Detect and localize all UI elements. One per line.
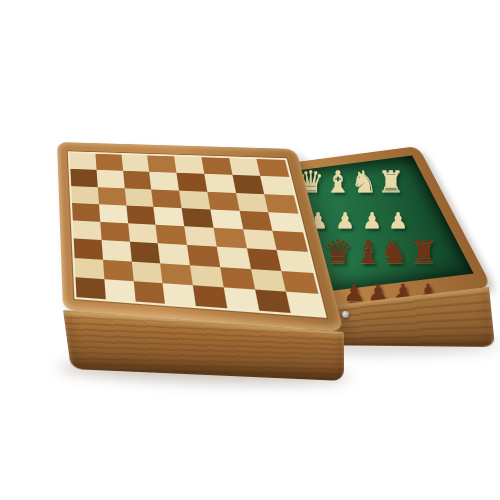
board-square-f6 (207, 191, 239, 210)
chess-board (68, 151, 327, 318)
board-square-c7 (123, 171, 152, 189)
board-square-c4 (128, 223, 158, 243)
board-square-c6 (124, 188, 153, 207)
white-pawn-piece: ♟ (388, 210, 408, 232)
board-square-d1 (163, 283, 196, 306)
board-square-b6 (98, 187, 126, 206)
board-square-c3 (129, 242, 160, 263)
board-square-f8 (201, 157, 232, 175)
board-square-c1 (133, 281, 165, 304)
board-square-b1 (104, 279, 135, 302)
white-knight-piece: ♞ (351, 167, 378, 197)
board-square-a3 (74, 239, 103, 260)
board-square-h4 (273, 231, 308, 252)
board-square-c5 (126, 205, 156, 224)
board-square-e3 (187, 245, 220, 266)
board-square-a2 (75, 258, 105, 279)
board-square-g2 (250, 269, 286, 292)
black-bishop-piece: ♝ (354, 236, 383, 268)
board-square-a7 (70, 169, 97, 187)
chess-box-product-photo: ♛♝♞♜♟♟♟♟♛♝♞♜♟♟♟♟ (0, 0, 500, 500)
board-square-b7 (96, 170, 124, 188)
board-square-g5 (239, 211, 273, 231)
board-square-b8 (95, 154, 122, 171)
board-square-c2 (131, 261, 162, 283)
board-square-c8 (121, 155, 149, 172)
board-square-g6 (235, 193, 268, 212)
black-knight-piece: ♞ (380, 236, 409, 268)
board-square-e4 (184, 226, 216, 247)
board-square-g4 (243, 229, 277, 250)
board-square-a6 (71, 186, 99, 204)
board-square-f4 (213, 228, 246, 249)
board-square-f7 (204, 174, 235, 193)
board-square-e5 (182, 208, 214, 228)
board-square-d3 (158, 244, 190, 265)
board-square-b3 (101, 240, 131, 261)
board-square-d5 (154, 207, 185, 227)
drawer-knob (342, 311, 349, 318)
white-rook-piece: ♜ (378, 167, 405, 197)
board-square-d4 (156, 225, 187, 245)
board-square-a4 (73, 220, 102, 240)
board-square-g8 (229, 158, 261, 176)
board-square-a1 (76, 277, 106, 299)
board-square-f3 (216, 247, 250, 269)
board-square-b5 (99, 204, 128, 223)
board-square-h5 (268, 212, 303, 232)
board-square-h3 (277, 250, 313, 272)
board-square-d2 (160, 263, 192, 285)
board-square-d8 (147, 155, 176, 173)
board-square-e7 (176, 173, 207, 191)
board-square-e8 (174, 156, 204, 174)
board-square-e2 (190, 265, 224, 287)
board-square-e6 (179, 190, 210, 209)
board-square-d7 (149, 172, 179, 190)
board-square-h8 (257, 159, 290, 177)
white-pawn-piece: ♟ (335, 210, 355, 232)
white-pawn-piece: ♟ (362, 210, 382, 232)
board-square-e1 (193, 285, 227, 308)
board-square-f1 (223, 287, 258, 311)
board-square-g7 (232, 175, 264, 194)
board-square-h6 (264, 194, 298, 214)
board-square-h2 (281, 270, 318, 293)
black-queen-piece: ♛ (324, 236, 353, 268)
board-square-a5 (72, 203, 100, 222)
board-square-h1 (286, 291, 324, 315)
board-square-b4 (100, 222, 129, 242)
board-square-h7 (260, 176, 293, 195)
white-bishop-piece: ♝ (325, 167, 352, 197)
board-square-d6 (151, 189, 181, 208)
board-square-a8 (70, 153, 97, 170)
chess-box-top-face (57, 142, 344, 332)
black-rook-piece: ♜ (410, 236, 439, 268)
board-square-f2 (220, 267, 255, 290)
board-square-b2 (103, 259, 133, 281)
board-square-g3 (246, 249, 281, 271)
board-square-f5 (210, 209, 243, 229)
